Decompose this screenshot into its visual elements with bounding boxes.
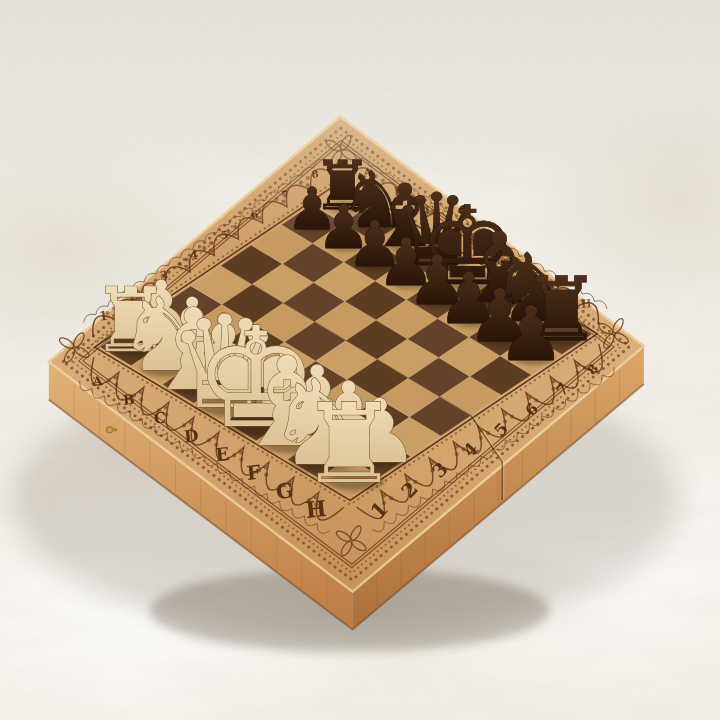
piece-black-pawn-h7[interactable]: ♟ bbox=[497, 290, 565, 378]
brass-latch-pin bbox=[106, 427, 112, 433]
piece-white-rook-h1[interactable]: ♜ bbox=[300, 380, 399, 508]
brass-latch-stub bbox=[112, 428, 117, 431]
file-label-a: A bbox=[91, 373, 104, 389]
photo-scene: ABCDEFGH1234567812345678ABCDEFGH♜♞♟♝♟♛♟♚… bbox=[0, 0, 720, 720]
chessboard-photo: ABCDEFGH1234567812345678ABCDEFGH♜♞♟♝♟♛♟♚… bbox=[0, 0, 720, 720]
